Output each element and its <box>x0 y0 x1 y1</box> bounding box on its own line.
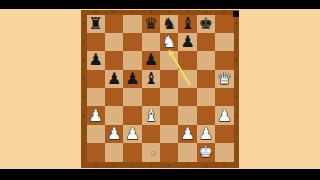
square-a3[interactable]: ♟ <box>87 106 105 124</box>
piece-black-queen: ♛ <box>144 16 158 32</box>
square-f7[interactable]: ♟ <box>178 33 196 51</box>
square-f6[interactable] <box>178 51 196 69</box>
file-label-bottom-c: c <box>128 164 136 169</box>
square-g7[interactable] <box>197 33 215 51</box>
square-e7[interactable]: ♞ <box>160 33 178 51</box>
file-label-top-e: e <box>165 10 173 15</box>
square-g6[interactable] <box>197 51 215 69</box>
file-label-bottom-b: b <box>110 164 118 169</box>
piece-white-knight: ♞ <box>162 34 176 50</box>
chess-board: ♜♛♞♝♚♞♟♟♟♟♟♝♛♟♝♟♟♟♟♟♚ <box>87 15 234 162</box>
rank-label-right-3: 3 <box>233 114 241 119</box>
rank-label-right-6: 6 <box>233 58 241 63</box>
square-h3[interactable]: ♟ <box>215 106 233 124</box>
piece-white-pawn: ♟ <box>107 126 121 142</box>
rank-label-right-2: 2 <box>233 132 241 137</box>
piece-white-pawn: ♟ <box>180 126 194 142</box>
piece-white-king: ♚ <box>199 144 213 160</box>
square-g5[interactable] <box>197 70 215 88</box>
square-b7[interactable] <box>105 33 123 51</box>
piece-white-pawn: ♟ <box>199 126 213 142</box>
piece-white-pawn: ♟ <box>217 108 231 124</box>
square-g1[interactable]: ♚ <box>197 143 215 161</box>
letterbox-bottom <box>0 169 320 180</box>
piece-white-pawn: ♟ <box>125 126 139 142</box>
rank-label-left-1: 1 <box>80 150 88 155</box>
piece-black-pawn: ♟ <box>107 71 121 87</box>
rank-label-left-2: 2 <box>80 132 88 137</box>
piece-black-pawn: ♟ <box>144 52 158 68</box>
square-h8[interactable] <box>215 15 233 33</box>
piece-black-bishop: ♝ <box>180 16 194 32</box>
rank-label-right-7: 7 <box>233 40 241 45</box>
square-f5[interactable] <box>178 70 196 88</box>
square-f8[interactable]: ♝ <box>178 15 196 33</box>
file-label-bottom-h: h <box>220 164 228 169</box>
piece-black-pawn: ♟ <box>125 71 139 87</box>
rank-label-left-4: 4 <box>80 95 88 100</box>
rank-label-left-6: 6 <box>80 58 88 63</box>
square-d1[interactable] <box>142 143 160 161</box>
file-label-top-h: h <box>220 10 228 15</box>
file-label-bottom-e: e <box>165 164 173 169</box>
square-c7[interactable] <box>123 33 141 51</box>
file-label-top-d: d <box>147 10 155 15</box>
file-label-top-b: b <box>110 10 118 15</box>
square-b5[interactable]: ♟ <box>105 70 123 88</box>
square-f4[interactable] <box>178 88 196 106</box>
rank-label-right-5: 5 <box>233 77 241 82</box>
piece-black-pawn: ♟ <box>89 52 103 68</box>
square-c6[interactable] <box>123 51 141 69</box>
page-background: ♜♛♞♝♚♞♟♟♟♟♟♝♛♟♝♟♟♟♟♟♚ aabbccddeeffgghh88… <box>0 9 320 169</box>
square-e6[interactable] <box>160 51 178 69</box>
file-label-top-g: g <box>202 10 210 15</box>
square-a7[interactable] <box>87 33 105 51</box>
square-b2[interactable]: ♟ <box>105 125 123 143</box>
square-d7[interactable] <box>142 33 160 51</box>
piece-white-queen: ♛ <box>217 71 231 87</box>
square-b4[interactable] <box>105 88 123 106</box>
square-f3[interactable] <box>178 106 196 124</box>
piece-black-bishop: ♝ <box>144 71 158 87</box>
square-h1[interactable] <box>215 143 233 161</box>
square-d8[interactable]: ♛ <box>142 15 160 33</box>
side-to-move-indicator <box>233 11 239 17</box>
square-c2[interactable]: ♟ <box>123 125 141 143</box>
square-a1[interactable] <box>87 143 105 161</box>
square-h7[interactable] <box>215 33 233 51</box>
square-a8[interactable]: ♜ <box>87 15 105 33</box>
square-c8[interactable] <box>123 15 141 33</box>
square-g3[interactable] <box>197 106 215 124</box>
square-d4[interactable] <box>142 88 160 106</box>
piece-white-pawn: ♟ <box>89 108 103 124</box>
square-d3[interactable]: ♝ <box>142 106 160 124</box>
square-h6[interactable] <box>215 51 233 69</box>
square-g4[interactable] <box>197 88 215 106</box>
square-c3[interactable] <box>123 106 141 124</box>
piece-black-knight: ♞ <box>162 16 176 32</box>
square-b1[interactable] <box>105 143 123 161</box>
piece-black-king: ♚ <box>199 16 213 32</box>
chess-board-frame: ♜♛♞♝♚♞♟♟♟♟♟♝♛♟♝♟♟♟♟♟♚ aabbccddeeffgghh88… <box>81 10 239 168</box>
piece-white-bishop: ♝ <box>144 108 158 124</box>
square-e1[interactable] <box>160 143 178 161</box>
piece-black-rook: ♜ <box>89 16 103 32</box>
rank-label-left-3: 3 <box>80 114 88 119</box>
square-c4[interactable] <box>123 88 141 106</box>
square-f1[interactable] <box>178 143 196 161</box>
square-d6[interactable]: ♟ <box>142 51 160 69</box>
square-h2[interactable] <box>215 125 233 143</box>
square-h4[interactable] <box>215 88 233 106</box>
file-label-bottom-g: g <box>202 164 210 169</box>
rank-label-right-1: 1 <box>233 150 241 155</box>
square-a4[interactable] <box>87 88 105 106</box>
square-b6[interactable] <box>105 51 123 69</box>
square-e5[interactable] <box>160 70 178 88</box>
video-frame: ♜♛♞♝♚♞♟♟♟♟♟♝♛♟♝♟♟♟♟♟♚ aabbccddeeffgghh88… <box>0 0 320 180</box>
rank-label-left-7: 7 <box>80 40 88 45</box>
square-g8[interactable]: ♚ <box>197 15 215 33</box>
piece-black-pawn: ♟ <box>180 34 194 50</box>
square-d5[interactable]: ♝ <box>142 70 160 88</box>
square-b3[interactable] <box>105 106 123 124</box>
square-a5[interactable] <box>87 70 105 88</box>
file-label-bottom-f: f <box>184 164 192 169</box>
rank-label-left-5: 5 <box>80 77 88 82</box>
square-e4[interactable] <box>160 88 178 106</box>
square-e8[interactable]: ♞ <box>160 15 178 33</box>
square-a6[interactable]: ♟ <box>87 51 105 69</box>
file-label-top-c: c <box>128 10 136 15</box>
rank-label-left-8: 8 <box>80 22 88 27</box>
square-h5[interactable]: ♛ <box>215 70 233 88</box>
square-e3[interactable] <box>160 106 178 124</box>
file-label-top-f: f <box>184 10 192 15</box>
square-e2[interactable] <box>160 125 178 143</box>
square-g2[interactable]: ♟ <box>197 125 215 143</box>
rank-label-right-8: 8 <box>233 22 241 27</box>
file-label-bottom-d: d <box>147 164 155 169</box>
file-label-bottom-a: a <box>92 164 100 169</box>
square-c1[interactable] <box>123 143 141 161</box>
square-a2[interactable] <box>87 125 105 143</box>
file-label-top-a: a <box>92 10 100 15</box>
square-b8[interactable] <box>105 15 123 33</box>
square-c5[interactable]: ♟ <box>123 70 141 88</box>
square-f2[interactable]: ♟ <box>178 125 196 143</box>
letterbox-top <box>0 0 320 9</box>
square-d2[interactable] <box>142 125 160 143</box>
rank-label-right-4: 4 <box>233 95 241 100</box>
